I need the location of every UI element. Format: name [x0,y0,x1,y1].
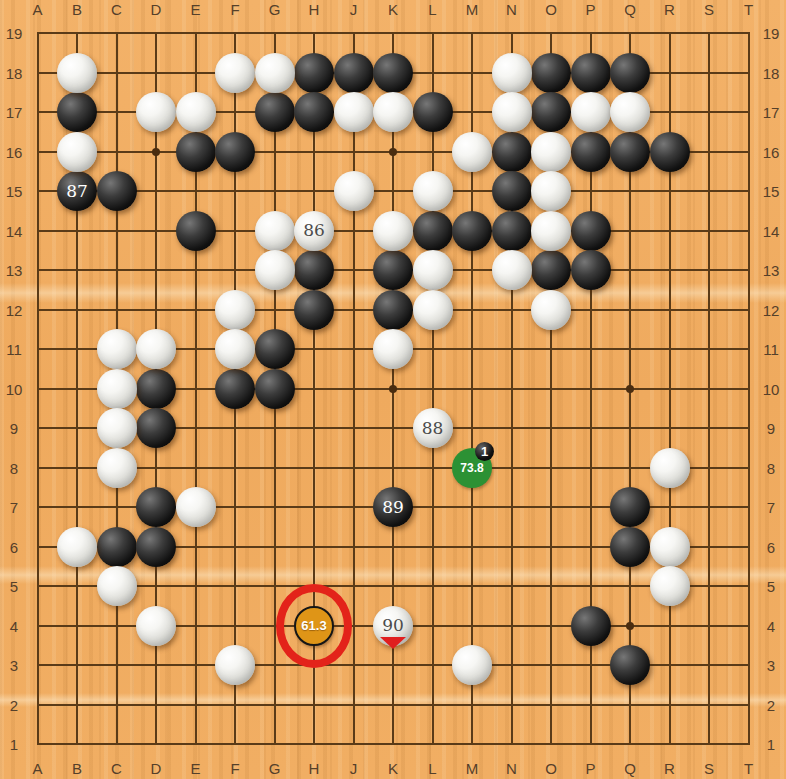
coord-left-4: 4 [10,617,18,634]
stone-d9-black[interactable] [136,408,176,448]
stone-q16-black[interactable] [610,132,650,172]
coord-bottom-t: T [744,760,753,777]
stone-l15-white[interactable] [413,171,453,211]
stone-q7-black[interactable] [610,487,650,527]
coord-top-t: T [744,1,753,18]
stone-g13-white[interactable] [255,250,295,290]
coord-left-12: 12 [6,301,23,318]
coord-left-13: 13 [6,262,23,279]
stone-n13-white[interactable] [492,250,532,290]
attention-ring [276,584,352,668]
coord-right-9: 9 [767,420,775,437]
coord-bottom-a: A [32,760,42,777]
coord-right-8: 8 [767,459,775,476]
coord-right-15: 15 [763,183,780,200]
coord-right-4: 4 [767,617,775,634]
stone-c8-white[interactable] [97,448,137,488]
stone-b17-black[interactable] [57,92,97,132]
coord-right-3: 3 [767,657,775,674]
stone-c10-white[interactable] [97,369,137,409]
coord-right-16: 16 [763,143,780,160]
coord-bottom-d: D [151,760,162,777]
stone-q18-black[interactable] [610,53,650,93]
coord-top-o: O [545,1,557,18]
coord-left-1: 1 [10,736,18,753]
coord-top-d: D [151,1,162,18]
stone-h18-black[interactable] [294,53,334,93]
coord-right-6: 6 [767,538,775,555]
stone-r6-white[interactable] [650,527,690,567]
ai-suggestion-m8[interactable]: 73.81 [452,448,492,488]
coord-right-7: 7 [767,499,775,516]
coord-bottom-f: F [230,760,239,777]
coord-bottom-q: Q [624,760,636,777]
stone-k14-white[interactable] [373,211,413,251]
coord-top-k: K [388,1,398,18]
stone-k11-white[interactable] [373,329,413,369]
stone-o14-white[interactable] [531,211,571,251]
coord-left-3: 3 [10,657,18,674]
coord-bottom-n: N [506,760,517,777]
move-number-label: 86 [303,222,325,239]
stone-r5-white[interactable] [650,566,690,606]
stone-n18-white[interactable] [492,53,532,93]
stone-k13-black[interactable] [373,250,413,290]
coord-bottom-o: O [545,760,557,777]
stone-l13-white[interactable] [413,250,453,290]
coord-right-13: 13 [763,262,780,279]
coord-right-5: 5 [767,578,775,595]
coord-top-g: G [269,1,281,18]
stone-d10-black[interactable] [136,369,176,409]
coord-bottom-b: B [72,760,82,777]
stone-q17-white[interactable] [610,92,650,132]
coord-right-11: 11 [763,341,779,358]
grid-horizontal-line [37,585,750,587]
stone-p14-black[interactable] [571,211,611,251]
coord-bottom-k: K [388,760,398,777]
move-number-label: 88 [422,420,444,437]
stone-l9-white[interactable]: 88 [413,408,453,448]
coord-left-11: 11 [6,341,22,358]
stone-h14-white[interactable]: 86 [294,211,334,251]
coord-top-m: M [466,1,479,18]
stone-e7-white[interactable] [176,487,216,527]
stone-n15-black[interactable] [492,171,532,211]
stone-j15-white[interactable] [334,171,374,211]
stone-d6-black[interactable] [136,527,176,567]
coord-top-j: J [350,1,358,18]
stone-h12-black[interactable] [294,290,334,330]
coord-top-r: R [664,1,675,18]
stone-c6-black[interactable] [97,527,137,567]
stone-o17-black[interactable] [531,92,571,132]
grid-vertical-line [708,32,710,745]
coord-bottom-s: S [704,760,714,777]
grid-horizontal-line [37,467,750,469]
stone-b6-white[interactable] [57,527,97,567]
coord-top-q: Q [624,1,636,18]
stone-j17-white[interactable] [334,92,374,132]
stone-o18-black[interactable] [531,53,571,93]
grid-vertical-line [432,32,434,745]
stone-e17-white[interactable] [176,92,216,132]
stone-q6-black[interactable] [610,527,650,567]
move-number-label: 87 [66,183,88,200]
coord-left-18: 18 [6,64,23,81]
coord-top-b: B [72,1,82,18]
stone-k12-black[interactable] [373,290,413,330]
coord-bottom-e: E [190,760,200,777]
coord-left-6: 6 [10,538,18,555]
stone-p16-black[interactable] [571,132,611,172]
stone-n16-black[interactable] [492,132,532,172]
coord-left-8: 8 [10,459,18,476]
stone-m14-black[interactable] [452,211,492,251]
coord-left-14: 14 [6,222,23,239]
coord-right-10: 10 [763,380,780,397]
stone-b15-black[interactable]: 87 [57,171,97,211]
coord-right-17: 17 [763,104,780,121]
coord-left-9: 9 [10,420,18,437]
coord-bottom-c: C [111,760,122,777]
star-point-q10 [626,385,634,393]
stone-n14-black[interactable] [492,211,532,251]
coord-right-19: 19 [763,25,780,42]
star-point-k16 [389,148,397,156]
grid-horizontal-line [37,743,750,745]
coord-right-14: 14 [763,222,780,239]
coord-left-2: 2 [10,696,18,713]
coord-top-h: H [309,1,320,18]
coord-top-l: L [428,1,436,18]
coord-top-e: E [190,1,200,18]
stone-n17-white[interactable] [492,92,532,132]
stone-e14-black[interactable] [176,211,216,251]
stone-c11-white[interactable] [97,329,137,369]
coord-bottom-l: L [428,760,436,777]
stone-f12-white[interactable] [215,290,255,330]
coord-top-p: P [585,1,595,18]
stone-c9-white[interactable] [97,408,137,448]
stone-g14-white[interactable] [255,211,295,251]
grid-horizontal-line [37,704,750,706]
coord-right-18: 18 [763,64,780,81]
stone-g17-black[interactable] [255,92,295,132]
stone-m16-white[interactable] [452,132,492,172]
stone-f18-white[interactable] [215,53,255,93]
stone-k18-black[interactable] [373,53,413,93]
stone-f11-white[interactable] [215,329,255,369]
stone-h13-black[interactable] [294,250,334,290]
stone-f3-white[interactable] [215,645,255,685]
stone-o16-white[interactable] [531,132,571,172]
stone-d17-white[interactable] [136,92,176,132]
stone-o13-black[interactable] [531,250,571,290]
coord-bottom-j: J [350,760,358,777]
stone-q3-black[interactable] [610,645,650,685]
stone-j18-black[interactable] [334,53,374,93]
coord-right-2: 2 [767,696,775,713]
coord-left-10: 10 [6,380,23,397]
move-number-label: 89 [382,499,404,516]
stone-r8-white[interactable] [650,448,690,488]
stone-c5-white[interactable] [97,566,137,606]
star-point-d16 [152,148,160,156]
stone-f10-black[interactable] [215,369,255,409]
coord-right-12: 12 [763,301,780,318]
stone-l14-black[interactable] [413,211,453,251]
coord-top-a: A [32,1,42,18]
coord-bottom-r: R [664,760,675,777]
stone-p17-white[interactable] [571,92,611,132]
go-board: AABBCCDDEEFFGGHHJJKKLLMMNNOOPPQQRRSSTT19… [0,0,786,779]
coord-top-c: C [111,1,122,18]
star-point-q4 [626,622,634,630]
stone-k17-white[interactable] [373,92,413,132]
stone-g11-black[interactable] [255,329,295,369]
coord-top-s: S [704,1,714,18]
stone-o15-white[interactable] [531,171,571,211]
stone-o12-white[interactable] [531,290,571,330]
coord-left-7: 7 [10,499,18,516]
coord-bottom-h: H [309,760,320,777]
star-point-k10 [389,385,397,393]
coord-bottom-g: G [269,760,281,777]
stone-h17-black[interactable] [294,92,334,132]
coord-left-15: 15 [6,183,23,200]
coord-bottom-m: M [466,760,479,777]
stone-c15-black[interactable] [97,171,137,211]
coord-left-19: 19 [6,25,23,42]
stone-f16-black[interactable] [215,132,255,172]
coord-top-n: N [506,1,517,18]
stone-e16-black[interactable] [176,132,216,172]
stone-p18-black[interactable] [571,53,611,93]
stone-p4-black[interactable] [571,606,611,646]
stone-d7-black[interactable] [136,487,176,527]
stone-b16-white[interactable] [57,132,97,172]
stone-l12-white[interactable] [413,290,453,330]
coord-right-1: 1 [767,736,775,753]
stone-g18-white[interactable] [255,53,295,93]
stone-d11-white[interactable] [136,329,176,369]
stone-p13-black[interactable] [571,250,611,290]
stone-l17-black[interactable] [413,92,453,132]
coord-top-f: F [230,1,239,18]
coord-bottom-p: P [585,760,595,777]
coord-left-17: 17 [6,104,23,121]
grid-vertical-line [748,32,750,745]
stone-d4-white[interactable] [136,606,176,646]
ai-suggestion-rank-badge: 1 [475,442,494,461]
coord-left-5: 5 [10,578,18,595]
stone-k7-black[interactable]: 89 [373,487,413,527]
ai-suggestion-winrate: 73.8 [460,461,483,475]
stone-m3-white[interactable] [452,645,492,685]
stone-r16-black[interactable] [650,132,690,172]
coord-left-16: 16 [6,143,23,160]
last-move-marker-k4 [380,637,406,649]
move-number-label: 90 [382,617,404,634]
stone-g10-black[interactable] [255,369,295,409]
stone-b18-white[interactable] [57,53,97,93]
